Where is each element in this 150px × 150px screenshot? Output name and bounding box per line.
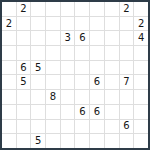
empty-cell-r9c6[interactable]: [90, 134, 104, 148]
empty-cell-r8c7[interactable]: [105, 120, 119, 134]
empty-cell-r5c0[interactable]: [2, 75, 16, 89]
clue-cell-r5c1: 5: [17, 75, 31, 89]
clue-cell-r7c5: 6: [75, 105, 89, 119]
empty-cell-r9c7[interactable]: [105, 134, 119, 148]
empty-cell-r8c6[interactable]: [90, 120, 104, 134]
empty-cell-r4c8[interactable]: [120, 61, 134, 75]
empty-cell-r3c0[interactable]: [2, 46, 16, 60]
clue-cell-r4c2: 5: [31, 61, 45, 75]
empty-cell-r1c3[interactable]: [46, 17, 60, 31]
empty-cell-r4c6[interactable]: [90, 61, 104, 75]
empty-cell-r2c0[interactable]: [2, 31, 16, 45]
empty-cell-r8c4[interactable]: [61, 120, 75, 134]
clue-cell-r7c6: 6: [90, 105, 104, 119]
empty-cell-r8c2[interactable]: [31, 120, 45, 134]
empty-cell-r0c7[interactable]: [105, 2, 119, 16]
empty-cell-r9c8[interactable]: [120, 134, 134, 148]
empty-cell-r4c0[interactable]: [2, 61, 16, 75]
empty-cell-r4c4[interactable]: [61, 61, 75, 75]
clue-cell-r0c8: 2: [120, 2, 134, 16]
empty-cell-r6c5[interactable]: [75, 90, 89, 104]
clue-cell-r1c9: 2: [134, 17, 148, 31]
clue-cell-r6c3: 8: [46, 90, 60, 104]
empty-cell-r4c5[interactable]: [75, 61, 89, 75]
empty-cell-r6c2[interactable]: [31, 90, 45, 104]
clue-cell-r1c0: 2: [2, 17, 16, 31]
empty-cell-r3c9[interactable]: [134, 46, 148, 60]
empty-cell-r1c1[interactable]: [17, 17, 31, 31]
empty-cell-r5c2[interactable]: [31, 75, 45, 89]
empty-cell-r1c8[interactable]: [120, 17, 134, 31]
empty-cell-r5c3[interactable]: [46, 75, 60, 89]
empty-cell-r9c9[interactable]: [134, 134, 148, 148]
empty-cell-r3c7[interactable]: [105, 46, 119, 60]
empty-cell-r2c8[interactable]: [120, 31, 134, 45]
empty-cell-r0c6[interactable]: [90, 2, 104, 16]
empty-cell-r3c6[interactable]: [90, 46, 104, 60]
empty-cell-r5c4[interactable]: [61, 75, 75, 89]
empty-cell-r0c4[interactable]: [61, 2, 75, 16]
clue-cell-r8c8: 6: [120, 120, 134, 134]
empty-cell-r2c3[interactable]: [46, 31, 60, 45]
empty-cell-r3c3[interactable]: [46, 46, 60, 60]
empty-cell-r7c2[interactable]: [31, 105, 45, 119]
empty-cell-r7c1[interactable]: [17, 105, 31, 119]
empty-cell-r9c1[interactable]: [17, 134, 31, 148]
empty-cell-r8c1[interactable]: [17, 120, 31, 134]
clue-cell-r5c6: 6: [90, 75, 104, 89]
empty-cell-r7c8[interactable]: [120, 105, 134, 119]
empty-cell-r1c2[interactable]: [31, 17, 45, 31]
empty-cell-r9c0[interactable]: [2, 134, 16, 148]
empty-cell-r7c4[interactable]: [61, 105, 75, 119]
empty-cell-r5c5[interactable]: [75, 75, 89, 89]
empty-cell-r5c7[interactable]: [105, 75, 119, 89]
empty-cell-r3c5[interactable]: [75, 46, 89, 60]
empty-cell-r2c6[interactable]: [90, 31, 104, 45]
empty-cell-r9c3[interactable]: [46, 134, 60, 148]
empty-cell-r0c0[interactable]: [2, 2, 16, 16]
empty-cell-r6c8[interactable]: [120, 90, 134, 104]
empty-cell-r6c1[interactable]: [17, 90, 31, 104]
empty-cell-r4c7[interactable]: [105, 61, 119, 75]
empty-cell-r0c2[interactable]: [31, 2, 45, 16]
empty-cell-r6c9[interactable]: [134, 90, 148, 104]
empty-cell-r2c1[interactable]: [17, 31, 31, 45]
empty-cell-r6c7[interactable]: [105, 90, 119, 104]
empty-cell-r3c1[interactable]: [17, 46, 31, 60]
empty-cell-r3c2[interactable]: [31, 46, 45, 60]
empty-cell-r1c5[interactable]: [75, 17, 89, 31]
empty-cell-r2c7[interactable]: [105, 31, 119, 45]
empty-cell-r4c3[interactable]: [46, 61, 60, 75]
clue-cell-r0c1: 2: [17, 2, 31, 16]
clue-cell-r9c2: 5: [31, 134, 45, 148]
empty-cell-r7c0[interactable]: [2, 105, 16, 119]
empty-cell-r8c9[interactable]: [134, 120, 148, 134]
empty-cell-r0c5[interactable]: [75, 2, 89, 16]
empty-cell-r7c7[interactable]: [105, 105, 119, 119]
empty-cell-r1c7[interactable]: [105, 17, 119, 31]
clue-cell-r4c1: 6: [17, 61, 31, 75]
empty-cell-r7c9[interactable]: [134, 105, 148, 119]
empty-cell-r0c3[interactable]: [46, 2, 60, 16]
empty-cell-r3c4[interactable]: [61, 46, 75, 60]
clue-cell-r2c4: 3: [61, 31, 75, 45]
clue-cell-r2c9: 4: [134, 31, 148, 45]
empty-cell-r9c5[interactable]: [75, 134, 89, 148]
empty-cell-r5c9[interactable]: [134, 75, 148, 89]
clue-cell-r5c8: 7: [120, 75, 134, 89]
empty-cell-r1c6[interactable]: [90, 17, 104, 31]
empty-cell-r1c4[interactable]: [61, 17, 75, 31]
empty-cell-r9c4[interactable]: [61, 134, 75, 148]
empty-cell-r0c9[interactable]: [134, 2, 148, 16]
puzzle-board: 22223646556786665: [0, 0, 150, 150]
empty-cell-r8c0[interactable]: [2, 120, 16, 134]
clue-cell-r2c5: 6: [75, 31, 89, 45]
empty-cell-r3c8[interactable]: [120, 46, 134, 60]
empty-cell-r8c3[interactable]: [46, 120, 60, 134]
empty-cell-r6c0[interactable]: [2, 90, 16, 104]
empty-cell-r7c3[interactable]: [46, 105, 60, 119]
empty-cell-r2c2[interactable]: [31, 31, 45, 45]
empty-cell-r6c4[interactable]: [61, 90, 75, 104]
empty-cell-r6c6[interactable]: [90, 90, 104, 104]
empty-cell-r4c9[interactable]: [134, 61, 148, 75]
empty-cell-r8c5[interactable]: [75, 120, 89, 134]
